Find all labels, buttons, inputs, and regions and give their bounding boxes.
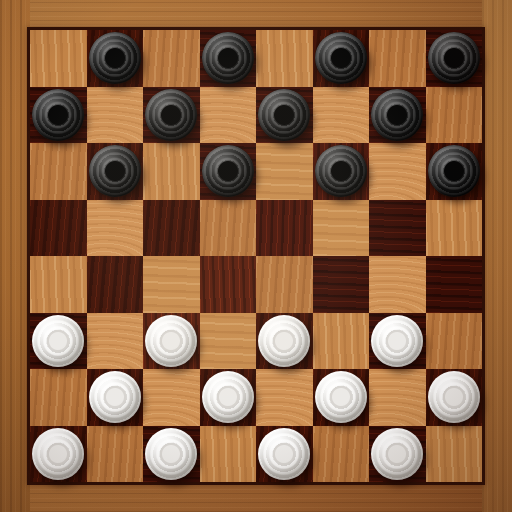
square-r7c5-light xyxy=(313,426,370,483)
square-r0c0-light xyxy=(30,30,87,87)
square-3-dark[interactable] xyxy=(313,30,370,87)
white-man[interactable] xyxy=(32,428,84,480)
square-r6c0-light xyxy=(30,369,87,426)
square-30-dark[interactable] xyxy=(143,426,200,483)
white-man[interactable] xyxy=(428,371,480,423)
white-man[interactable] xyxy=(258,428,310,480)
black-man[interactable] xyxy=(315,145,367,197)
white-man[interactable] xyxy=(315,371,367,423)
square-5-dark[interactable] xyxy=(30,87,87,144)
square-r0c4-light xyxy=(256,30,313,87)
square-24-dark[interactable] xyxy=(369,313,426,370)
black-man[interactable] xyxy=(89,32,141,84)
square-18-dark[interactable] xyxy=(200,256,257,313)
square-12-dark[interactable] xyxy=(426,143,483,200)
square-8-dark[interactable] xyxy=(369,87,426,144)
square-22-dark[interactable] xyxy=(143,313,200,370)
checkers-board xyxy=(27,27,485,485)
square-r4c0-light xyxy=(30,256,87,313)
black-man[interactable] xyxy=(315,32,367,84)
black-man[interactable] xyxy=(371,89,423,141)
square-r3c1-light xyxy=(87,200,144,257)
square-r6c4-light xyxy=(256,369,313,426)
square-r6c2-light xyxy=(143,369,200,426)
square-r6c6-light xyxy=(369,369,426,426)
black-man[interactable] xyxy=(145,89,197,141)
square-r5c3-light xyxy=(200,313,257,370)
black-man[interactable] xyxy=(202,145,254,197)
board-frame-top xyxy=(0,0,512,30)
square-r0c6-light xyxy=(369,30,426,87)
square-r4c4-light xyxy=(256,256,313,313)
square-r2c2-light xyxy=(143,143,200,200)
square-19-dark[interactable] xyxy=(313,256,370,313)
square-r7c7-light xyxy=(426,426,483,483)
white-man[interactable] xyxy=(145,428,197,480)
square-2-dark[interactable] xyxy=(200,30,257,87)
white-man[interactable] xyxy=(89,371,141,423)
square-r1c5-light xyxy=(313,87,370,144)
square-10-dark[interactable] xyxy=(200,143,257,200)
square-7-dark[interactable] xyxy=(256,87,313,144)
square-14-dark[interactable] xyxy=(143,200,200,257)
square-r7c1-light xyxy=(87,426,144,483)
square-21-dark[interactable] xyxy=(30,313,87,370)
board-frame-bottom xyxy=(0,482,512,512)
square-r5c1-light xyxy=(87,313,144,370)
square-6-dark[interactable] xyxy=(143,87,200,144)
black-man[interactable] xyxy=(258,89,310,141)
black-man[interactable] xyxy=(32,89,84,141)
square-25-dark[interactable] xyxy=(87,369,144,426)
square-31-dark[interactable] xyxy=(256,426,313,483)
square-r1c3-light xyxy=(200,87,257,144)
square-r2c6-light xyxy=(369,143,426,200)
square-r3c5-light xyxy=(313,200,370,257)
white-man[interactable] xyxy=(32,315,84,367)
checkers-table xyxy=(0,0,512,512)
square-17-dark[interactable] xyxy=(87,256,144,313)
square-r4c2-light xyxy=(143,256,200,313)
square-23-dark[interactable] xyxy=(256,313,313,370)
square-20-dark[interactable] xyxy=(426,256,483,313)
square-13-dark[interactable] xyxy=(30,200,87,257)
square-r3c3-light xyxy=(200,200,257,257)
white-man[interactable] xyxy=(145,315,197,367)
square-32-dark[interactable] xyxy=(369,426,426,483)
square-r1c1-light xyxy=(87,87,144,144)
square-15-dark[interactable] xyxy=(256,200,313,257)
square-r2c4-light xyxy=(256,143,313,200)
square-r0c2-light xyxy=(143,30,200,87)
square-11-dark[interactable] xyxy=(313,143,370,200)
black-man[interactable] xyxy=(89,145,141,197)
square-4-dark[interactable] xyxy=(426,30,483,87)
black-man[interactable] xyxy=(202,32,254,84)
white-man[interactable] xyxy=(258,315,310,367)
square-28-dark[interactable] xyxy=(426,369,483,426)
black-man[interactable] xyxy=(428,145,480,197)
board-frame-left xyxy=(0,0,30,512)
square-r1c7-light xyxy=(426,87,483,144)
square-1-dark[interactable] xyxy=(87,30,144,87)
board-frame-right xyxy=(482,0,512,512)
white-man[interactable] xyxy=(371,428,423,480)
square-r2c0-light xyxy=(30,143,87,200)
white-man[interactable] xyxy=(371,315,423,367)
white-man[interactable] xyxy=(202,371,254,423)
square-r7c3-light xyxy=(200,426,257,483)
square-r4c6-light xyxy=(369,256,426,313)
square-27-dark[interactable] xyxy=(313,369,370,426)
square-r5c7-light xyxy=(426,313,483,370)
square-r3c7-light xyxy=(426,200,483,257)
square-9-dark[interactable] xyxy=(87,143,144,200)
square-26-dark[interactable] xyxy=(200,369,257,426)
square-29-dark[interactable] xyxy=(30,426,87,483)
square-r5c5-light xyxy=(313,313,370,370)
black-man[interactable] xyxy=(428,32,480,84)
square-16-dark[interactable] xyxy=(369,200,426,257)
